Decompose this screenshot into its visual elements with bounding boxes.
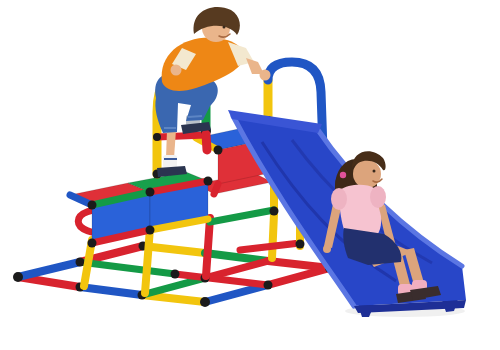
tube-connector [146, 226, 155, 235]
tube-connector [296, 240, 305, 249]
girl-hand [323, 245, 331, 253]
jeans-cuff [188, 116, 202, 117]
tube-connector [76, 258, 85, 267]
tube-connector [204, 177, 213, 186]
tube-connector [270, 207, 279, 216]
scene-illustration [0, 0, 500, 350]
tube-connector [146, 188, 155, 197]
guard-rail-tube [157, 135, 206, 137]
frame-tube [206, 218, 210, 276]
platform-level-1 [70, 172, 272, 248]
boy-hand [171, 65, 182, 76]
frame-tube [145, 228, 150, 293]
frame-tube [18, 262, 80, 277]
frame-tube [80, 287, 142, 295]
frame-tube [272, 214, 274, 258]
girl-hair-tie [340, 172, 346, 178]
tube-connector [153, 133, 161, 141]
tube-connector [88, 239, 97, 248]
frame-tube [210, 210, 274, 222]
frame-tube [205, 285, 268, 302]
frame-tube [142, 278, 205, 295]
girl-face [353, 160, 381, 188]
boy-hand [260, 70, 271, 81]
frame-tube [206, 134, 207, 150]
boy-leg [166, 130, 176, 158]
frame-tube [205, 253, 268, 261]
tube-connector [88, 201, 97, 210]
boy-eye [223, 26, 226, 29]
frame-tube [214, 184, 218, 194]
tube-connector [264, 281, 273, 290]
base-frame [13, 242, 335, 308]
girl-sleeve [331, 188, 347, 210]
tube-connector [200, 297, 210, 307]
tube-connector [13, 272, 23, 282]
girl-eye [373, 170, 376, 173]
tube-connector [171, 270, 180, 279]
boy-sock [163, 155, 177, 168]
product-photo [0, 0, 500, 350]
frame-tube [240, 243, 300, 250]
tube-connector [214, 146, 223, 155]
girl-sleeve [370, 186, 386, 208]
frame-tube [80, 262, 175, 274]
